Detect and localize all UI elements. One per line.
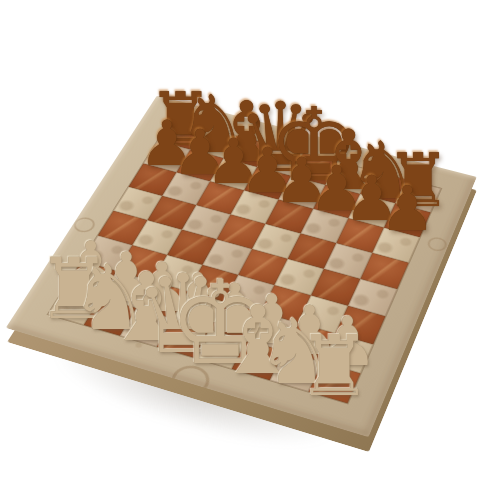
square-a1 [48, 287, 101, 325]
square-a2 [65, 261, 117, 298]
square-d3 [188, 265, 238, 302]
square-g1 [270, 351, 322, 392]
square-h2 [322, 334, 373, 374]
square-h4 [348, 279, 397, 316]
square-f1 [232, 340, 284, 380]
square-e3 [224, 275, 274, 312]
square-e1 [194, 329, 246, 369]
square-c3 [152, 255, 203, 291]
square-e2 [209, 302, 260, 340]
square-f2 [246, 312, 297, 351]
product-photo-scene: ♜♞♝♛♚♝♞♜♟♟♟♟♟♟♟♟♟♟♟♟♟♟♟♟♜♞♝♛♚♝♞♜ [0, 0, 500, 500]
square-b2 [100, 271, 152, 308]
square-g3 [298, 295, 348, 333]
square-b1 [84, 298, 136, 336]
square-c2 [136, 281, 187, 319]
square-h1 [308, 362, 360, 403]
square-f4 [274, 259, 323, 296]
square-h3 [335, 306, 385, 345]
square-g2 [284, 323, 335, 362]
square-d1 [157, 319, 209, 358]
square-h5 [360, 253, 408, 289]
square-d2 [172, 291, 223, 329]
square-f3 [261, 285, 311, 323]
square-e4 [238, 249, 288, 285]
square-c1 [120, 308, 172, 347]
square-b3 [117, 245, 168, 281]
square-g4 [311, 269, 360, 306]
